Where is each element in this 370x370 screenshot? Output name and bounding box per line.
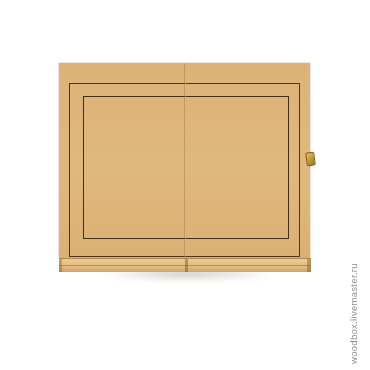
front-edge-corner-left [59,259,62,272]
ornament-band-left [70,84,83,255]
front-edge-corner-right [307,259,311,272]
brass-latch [305,151,316,166]
board-front-edge [59,258,311,272]
front-edge-fold-notch [185,259,188,272]
chess-board [59,63,310,258]
watermark-text: woodbox.livemaster.ru [348,212,359,364]
product-photo-scene: woodbox.livemaster.ru [0,0,370,370]
chess-grid [84,97,288,238]
fold-seam [184,63,186,258]
